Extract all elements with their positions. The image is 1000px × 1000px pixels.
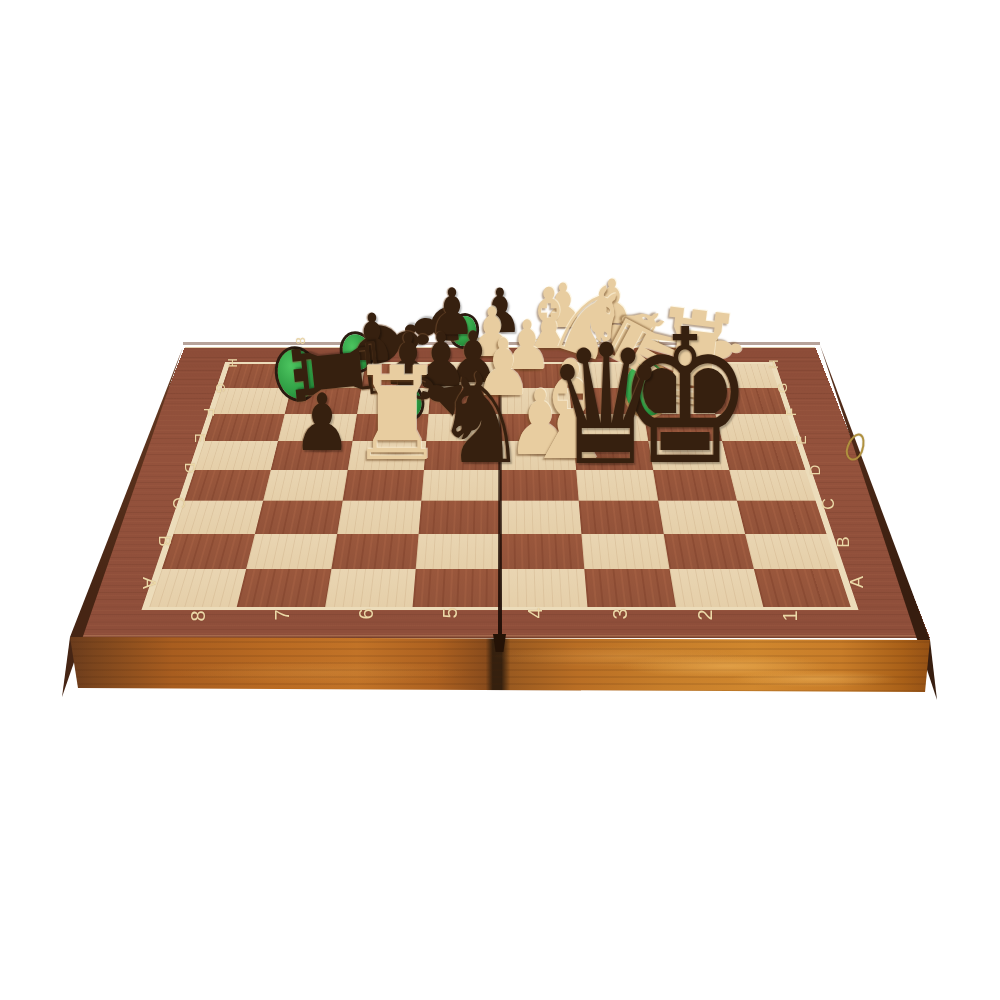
- square-d4: [500, 470, 579, 501]
- square-c6: [337, 501, 421, 534]
- square-c8: [174, 501, 264, 534]
- piece-shadow: [598, 319, 626, 326]
- chess-set-product-photo: HGFEDCBAHGFEDCBA8765432187654321 ♟♟♟♟♟♞♟…: [0, 0, 1000, 1000]
- board-scene: [70, 345, 930, 638]
- square-e6: [347, 441, 426, 470]
- square-c5: [418, 501, 500, 534]
- square-h2: [635, 364, 709, 388]
- file-label-left-B: B: [156, 535, 173, 546]
- square-a4: [500, 569, 588, 607]
- file-label-right-C: C: [821, 498, 837, 510]
- square-e5: [424, 441, 500, 470]
- square-e1: [722, 441, 806, 470]
- file-label-left-C: C: [170, 497, 186, 509]
- square-d3: [576, 470, 657, 501]
- square-a5: [412, 569, 500, 607]
- file-label-left-H: H: [226, 358, 239, 367]
- file-label-right-E: E: [794, 435, 808, 444]
- rank-label-far-7: 7: [353, 337, 366, 344]
- square-c7: [255, 501, 342, 534]
- square-b8: [162, 534, 255, 569]
- rank-label-far-3: 3: [589, 337, 602, 344]
- square-f7: [278, 414, 356, 441]
- file-label-right-D: D: [807, 465, 822, 476]
- square-g3: [570, 388, 644, 414]
- file-label-left-D: D: [183, 463, 198, 474]
- square-e4: [500, 441, 576, 470]
- square-h6: [361, 364, 433, 388]
- square-h7: [291, 364, 365, 388]
- square-c4: [500, 501, 582, 534]
- rank-label-front-8: 8: [188, 610, 208, 621]
- square-a6: [325, 569, 416, 607]
- square-f6: [352, 414, 428, 441]
- square-g6: [357, 388, 431, 414]
- rank-label-far-2: 2: [648, 337, 661, 344]
- square-a2: [669, 569, 763, 607]
- square-h3: [568, 364, 640, 388]
- square-b5: [415, 534, 500, 569]
- square-b7: [246, 534, 336, 569]
- rank-label-far-5: 5: [471, 337, 484, 344]
- square-d6: [342, 470, 423, 501]
- square-g7: [285, 388, 361, 414]
- piece-shadow: [549, 323, 577, 330]
- file-label-right-A: A: [848, 576, 866, 588]
- dark-pawn-glyph: ♟: [428, 280, 475, 344]
- file-label-right-G: G: [776, 383, 789, 393]
- rank-label-front-7: 7: [272, 609, 292, 620]
- file-label-right-F: F: [784, 408, 798, 417]
- square-b6: [331, 534, 418, 569]
- file-label-left-A: A: [140, 577, 158, 589]
- square-e2: [648, 441, 729, 470]
- file-label-left-F: F: [202, 408, 216, 417]
- square-f5: [426, 414, 500, 441]
- file-label-left-E: E: [193, 433, 207, 442]
- square-c1: [737, 501, 827, 534]
- file-label-right-H: H: [767, 359, 780, 368]
- square-d1: [729, 470, 816, 501]
- square-e7: [271, 441, 352, 470]
- rank-label-front-4: 4: [525, 607, 545, 618]
- square-f1: [715, 414, 796, 441]
- square-g4: [500, 388, 572, 414]
- square-f4: [500, 414, 574, 441]
- square-f2: [643, 414, 721, 441]
- square-f8: [204, 414, 285, 441]
- square-c3: [579, 501, 663, 534]
- square-a8: [149, 569, 246, 607]
- fold-seam: [498, 347, 502, 638]
- square-b1: [745, 534, 838, 569]
- rank-label-front-3: 3: [610, 608, 630, 619]
- rank-label-far-8: 8: [294, 337, 307, 344]
- square-f3: [572, 414, 648, 441]
- rank-label-front-2: 2: [695, 609, 715, 620]
- square-d7: [263, 470, 347, 501]
- file-label-left-G: G: [214, 383, 227, 393]
- square-c2: [658, 501, 745, 534]
- square-b4: [500, 534, 585, 569]
- piece-shadow: [486, 328, 514, 335]
- square-b2: [663, 534, 753, 569]
- rank-label-front-1: 1: [780, 610, 800, 621]
- square-h5: [430, 364, 500, 388]
- square-d5: [421, 470, 500, 501]
- light-pawn-glyph: ♟: [590, 271, 635, 332]
- square-g2: [639, 388, 715, 414]
- square-g5: [428, 388, 500, 414]
- dark-pawn-glyph: ♟: [478, 280, 523, 341]
- file-label-right-B: B: [835, 536, 852, 547]
- square-h4: [500, 364, 570, 388]
- square-a7: [237, 569, 331, 607]
- square-a3: [585, 569, 676, 607]
- square-e8: [195, 441, 279, 470]
- board-top-surface: [70, 347, 930, 638]
- piece-shadow: [437, 330, 466, 338]
- square-b3: [582, 534, 669, 569]
- rank-label-front-5: 5: [440, 607, 460, 618]
- light-pawn-glyph: ♟: [541, 275, 586, 336]
- square-d8: [184, 470, 271, 501]
- square-a1: [754, 569, 851, 607]
- rank-label-far-6: 6: [412, 337, 425, 344]
- rank-label-far-1: 1: [707, 337, 720, 344]
- square-e3: [574, 441, 653, 470]
- rank-label-far-4: 4: [530, 337, 543, 344]
- rank-label-front-6: 6: [356, 608, 376, 619]
- square-d2: [653, 470, 737, 501]
